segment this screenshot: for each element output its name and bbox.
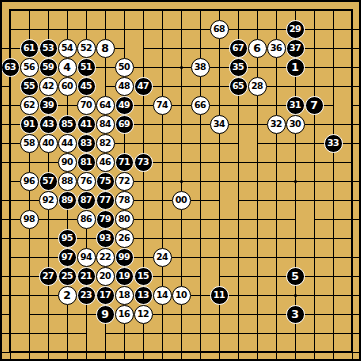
intersection[interactable] [58,1,77,20]
intersection[interactable] [229,20,248,39]
intersection[interactable] [96,343,115,361]
move-number-label: 57 [42,177,54,186]
intersection[interactable] [134,172,153,191]
move-number-label: 68 [213,25,225,34]
intersection[interactable] [229,343,248,361]
intersection[interactable] [248,324,267,343]
intersection[interactable] [153,210,172,229]
intersection[interactable] [172,115,191,134]
intersection[interactable] [210,305,229,324]
intersection[interactable] [1,39,20,58]
stone-white-move-80: 80 [115,210,134,229]
intersection[interactable] [267,153,286,172]
intersection[interactable] [229,267,248,286]
stone-black-move-45: 45 [77,77,96,96]
intersection[interactable] [324,229,343,248]
intersection[interactable] [77,324,96,343]
intersection[interactable] [77,1,96,20]
intersection[interactable] [153,305,172,324]
intersection[interactable] [267,77,286,96]
intersection[interactable] [153,191,172,210]
intersection[interactable] [39,20,58,39]
intersection[interactable] [343,267,361,286]
intersection[interactable] [286,229,305,248]
intersection[interactable] [1,1,20,20]
intersection[interactable] [1,210,20,229]
intersection[interactable] [172,267,191,286]
move-number-label: 18 [118,291,130,300]
intersection[interactable] [210,267,229,286]
intersection[interactable] [286,324,305,343]
intersection[interactable] [191,115,210,134]
intersection[interactable] [305,267,324,286]
intersection[interactable] [39,305,58,324]
intersection[interactable] [1,324,20,343]
intersection[interactable] [20,267,39,286]
intersection[interactable] [39,324,58,343]
intersection[interactable] [172,305,191,324]
intersection[interactable] [305,191,324,210]
intersection[interactable] [248,191,267,210]
intersection[interactable] [324,1,343,20]
intersection[interactable] [1,305,20,324]
stone-white-move-90: 90 [58,153,77,172]
intersection[interactable] [20,229,39,248]
intersection[interactable] [210,191,229,210]
intersection[interactable] [134,229,153,248]
intersection[interactable] [286,191,305,210]
intersection[interactable] [134,115,153,134]
intersection[interactable] [343,324,361,343]
intersection[interactable] [286,210,305,229]
intersection[interactable] [267,286,286,305]
intersection[interactable] [267,210,286,229]
intersection[interactable] [1,286,20,305]
intersection[interactable] [96,58,115,77]
intersection[interactable] [248,115,267,134]
intersection[interactable] [191,286,210,305]
intersection[interactable] [343,305,361,324]
intersection[interactable] [191,229,210,248]
intersection[interactable] [324,172,343,191]
intersection[interactable] [267,305,286,324]
intersection[interactable] [229,324,248,343]
intersection[interactable] [248,134,267,153]
intersection[interactable] [153,153,172,172]
intersection[interactable] [172,96,191,115]
intersection[interactable] [343,39,361,58]
intersection[interactable] [324,153,343,172]
intersection[interactable] [343,248,361,267]
move-number-label: 36 [270,44,282,53]
intersection[interactable] [58,20,77,39]
intersection[interactable] [134,96,153,115]
move-number-label: 13 [137,291,149,300]
intersection[interactable] [210,210,229,229]
intersection[interactable] [134,39,153,58]
intersection[interactable] [324,210,343,229]
intersection[interactable] [229,229,248,248]
stone-white-move-84: 84 [96,115,115,134]
intersection[interactable] [96,1,115,20]
intersection[interactable] [343,172,361,191]
intersection[interactable] [153,324,172,343]
intersection[interactable] [134,343,153,361]
intersection[interactable] [77,305,96,324]
intersection[interactable] [172,324,191,343]
intersection[interactable] [153,229,172,248]
intersection[interactable] [191,134,210,153]
intersection[interactable] [191,191,210,210]
intersection[interactable] [191,77,210,96]
intersection[interactable] [343,115,361,134]
move-number-label: 62 [23,101,35,110]
stone-black-move-7: 7 [305,96,324,115]
intersection[interactable] [39,1,58,20]
intersection[interactable] [248,248,267,267]
intersection[interactable] [210,153,229,172]
intersection[interactable] [267,324,286,343]
intersection[interactable] [324,20,343,39]
intersection[interactable] [1,267,20,286]
intersection[interactable] [20,248,39,267]
intersection[interactable] [305,286,324,305]
intersection[interactable] [77,20,96,39]
intersection[interactable] [229,286,248,305]
intersection[interactable] [229,96,248,115]
intersection[interactable] [324,324,343,343]
intersection[interactable] [267,343,286,361]
intersection[interactable] [39,229,58,248]
intersection[interactable] [210,1,229,20]
stone-black-move-47: 47 [134,77,153,96]
intersection[interactable] [20,191,39,210]
intersection[interactable] [77,229,96,248]
intersection[interactable] [20,20,39,39]
intersection[interactable] [191,267,210,286]
intersection[interactable] [324,115,343,134]
intersection[interactable] [115,20,134,39]
intersection[interactable] [1,20,20,39]
intersection[interactable] [20,324,39,343]
move-number-label: 24 [156,253,168,262]
intersection[interactable] [324,343,343,361]
stone-white-move-78: 78 [115,191,134,210]
intersection[interactable] [229,210,248,229]
intersection[interactable] [210,229,229,248]
intersection[interactable] [210,172,229,191]
intersection[interactable] [267,229,286,248]
move-number-label: 89 [61,196,73,205]
stone-black-move-79: 79 [96,210,115,229]
intersection[interactable] [267,1,286,20]
intersection[interactable] [39,210,58,229]
intersection[interactable] [210,39,229,58]
intersection[interactable] [324,96,343,115]
intersection[interactable] [172,229,191,248]
intersection[interactable] [305,20,324,39]
intersection[interactable] [267,248,286,267]
intersection[interactable] [286,134,305,153]
intersection[interactable] [1,153,20,172]
intersection[interactable] [267,267,286,286]
intersection[interactable] [1,115,20,134]
intersection[interactable] [1,134,20,153]
intersection[interactable] [229,1,248,20]
intersection[interactable] [153,39,172,58]
intersection[interactable] [305,324,324,343]
intersection[interactable] [20,286,39,305]
intersection[interactable] [1,96,20,115]
stone-black-move-17: 17 [96,286,115,305]
intersection[interactable] [115,134,134,153]
intersection[interactable] [305,172,324,191]
intersection[interactable] [229,115,248,134]
intersection[interactable] [324,305,343,324]
stone-black-move-25: 25 [58,267,77,286]
intersection[interactable] [153,343,172,361]
intersection[interactable] [248,286,267,305]
intersection[interactable] [172,20,191,39]
intersection[interactable] [305,248,324,267]
intersection[interactable] [153,172,172,191]
intersection[interactable] [20,1,39,20]
intersection[interactable] [343,58,361,77]
intersection[interactable] [191,172,210,191]
intersection[interactable] [305,115,324,134]
intersection[interactable] [210,77,229,96]
intersection[interactable] [248,58,267,77]
move-number-label: 70 [80,101,92,110]
move-number-label: 20 [99,272,111,281]
intersection[interactable] [305,39,324,58]
intersection[interactable] [267,20,286,39]
move-number-label: 32 [270,120,282,129]
intersection[interactable] [191,324,210,343]
intersection[interactable] [343,153,361,172]
stone-white-move-48: 48 [115,77,134,96]
intersection[interactable] [324,39,343,58]
move-number-label: 53 [42,44,54,53]
intersection[interactable] [267,58,286,77]
intersection[interactable] [324,286,343,305]
intersection[interactable] [248,20,267,39]
intersection[interactable] [210,58,229,77]
intersection[interactable] [305,153,324,172]
intersection[interactable] [343,210,361,229]
intersection[interactable] [58,343,77,361]
intersection[interactable] [134,248,153,267]
intersection[interactable] [343,134,361,153]
intersection[interactable] [324,58,343,77]
intersection[interactable] [267,134,286,153]
stone-black-move-21: 21 [77,267,96,286]
intersection[interactable] [134,324,153,343]
intersection[interactable] [248,172,267,191]
move-number-label: 73 [137,158,149,167]
intersection[interactable] [248,305,267,324]
intersection[interactable] [267,191,286,210]
intersection[interactable] [20,305,39,324]
intersection[interactable] [286,77,305,96]
intersection[interactable] [1,172,20,191]
intersection[interactable] [191,248,210,267]
intersection[interactable] [229,305,248,324]
intersection[interactable] [96,324,115,343]
intersection[interactable] [172,134,191,153]
intersection[interactable] [1,229,20,248]
stone-black-move-51: 51 [77,58,96,77]
intersection[interactable] [210,134,229,153]
intersection[interactable] [248,96,267,115]
intersection[interactable] [39,153,58,172]
intersection[interactable] [210,96,229,115]
intersection[interactable] [191,343,210,361]
move-number-label: 40 [42,139,54,148]
intersection[interactable] [172,1,191,20]
intersection[interactable] [305,58,324,77]
intersection[interactable] [39,248,58,267]
intersection[interactable] [286,1,305,20]
intersection[interactable] [77,343,96,361]
intersection[interactable] [153,58,172,77]
intersection[interactable] [58,324,77,343]
stone-white-move-88: 88 [58,172,77,191]
intersection[interactable] [1,77,20,96]
star-point [294,294,297,297]
intersection[interactable] [134,210,153,229]
intersection[interactable] [248,210,267,229]
intersection[interactable] [210,324,229,343]
go-board-grid: 1234567891011121314151617181920212223242… [1,1,361,361]
intersection[interactable] [20,153,39,172]
intersection[interactable] [191,1,210,20]
stone-black-move-41: 41 [77,115,96,134]
intersection[interactable] [96,77,115,96]
intersection[interactable] [229,153,248,172]
intersection[interactable] [248,153,267,172]
intersection[interactable] [248,1,267,20]
intersection[interactable] [248,267,267,286]
intersection[interactable] [343,77,361,96]
intersection[interactable] [39,286,58,305]
intersection[interactable] [229,134,248,153]
intersection[interactable] [58,305,77,324]
intersection[interactable] [1,191,20,210]
intersection[interactable] [267,172,286,191]
stone-white-move-30: 30 [286,115,305,134]
intersection[interactable] [191,305,210,324]
intersection[interactable] [191,153,210,172]
intersection[interactable] [343,286,361,305]
intersection[interactable] [305,229,324,248]
intersection[interactable] [115,39,134,58]
intersection[interactable] [134,134,153,153]
intersection[interactable] [58,96,77,115]
intersection[interactable] [191,210,210,229]
intersection[interactable] [115,1,134,20]
intersection[interactable] [229,172,248,191]
intersection[interactable] [286,153,305,172]
intersection[interactable] [324,248,343,267]
stone-black-move-19: 19 [115,267,134,286]
intersection[interactable] [134,20,153,39]
stone-black-move-91: 91 [20,115,39,134]
intersection[interactable] [343,229,361,248]
intersection[interactable] [343,20,361,39]
intersection[interactable] [305,1,324,20]
intersection[interactable] [1,248,20,267]
intersection[interactable] [134,58,153,77]
intersection[interactable] [343,343,361,361]
intersection[interactable] [134,191,153,210]
stone-white-move-56: 56 [20,58,39,77]
intersection[interactable] [153,134,172,153]
intersection[interactable] [305,77,324,96]
intersection[interactable] [153,1,172,20]
intersection[interactable] [172,153,191,172]
stone-black-move-13: 13 [134,286,153,305]
intersection[interactable] [1,343,20,361]
intersection[interactable] [20,343,39,361]
intersection[interactable] [172,248,191,267]
intersection[interactable] [134,1,153,20]
intersection[interactable] [305,210,324,229]
move-number-label: 47 [137,82,149,91]
intersection[interactable] [286,248,305,267]
intersection[interactable] [324,191,343,210]
intersection[interactable] [343,1,361,20]
intersection[interactable] [58,210,77,229]
intersection[interactable] [229,248,248,267]
intersection[interactable] [343,191,361,210]
intersection[interactable] [324,77,343,96]
intersection[interactable] [305,343,324,361]
intersection[interactable] [115,324,134,343]
intersection[interactable] [305,134,324,153]
intersection[interactable] [210,343,229,361]
intersection[interactable] [248,343,267,361]
intersection[interactable] [191,20,210,39]
intersection[interactable] [324,267,343,286]
intersection[interactable] [343,96,361,115]
intersection[interactable] [229,191,248,210]
intersection[interactable] [172,39,191,58]
intersection[interactable] [267,96,286,115]
intersection[interactable] [153,267,172,286]
move-number-label: 88 [61,177,73,186]
intersection[interactable] [172,77,191,96]
stone-black-move-57: 57 [39,172,58,191]
stone-white-move-100: 00 [172,191,191,210]
move-number-label: 60 [61,82,73,91]
intersection[interactable] [305,305,324,324]
intersection[interactable] [286,343,305,361]
move-number-label: 65 [232,82,244,91]
intersection[interactable] [153,20,172,39]
intersection[interactable] [210,248,229,267]
intersection[interactable] [172,343,191,361]
intersection[interactable] [153,115,172,134]
stone-black-move-1: 1 [286,58,305,77]
intersection[interactable] [191,39,210,58]
intersection[interactable] [172,210,191,229]
intersection[interactable] [153,77,172,96]
intersection[interactable] [248,229,267,248]
intersection[interactable] [96,20,115,39]
intersection[interactable] [39,343,58,361]
intersection[interactable] [115,343,134,361]
